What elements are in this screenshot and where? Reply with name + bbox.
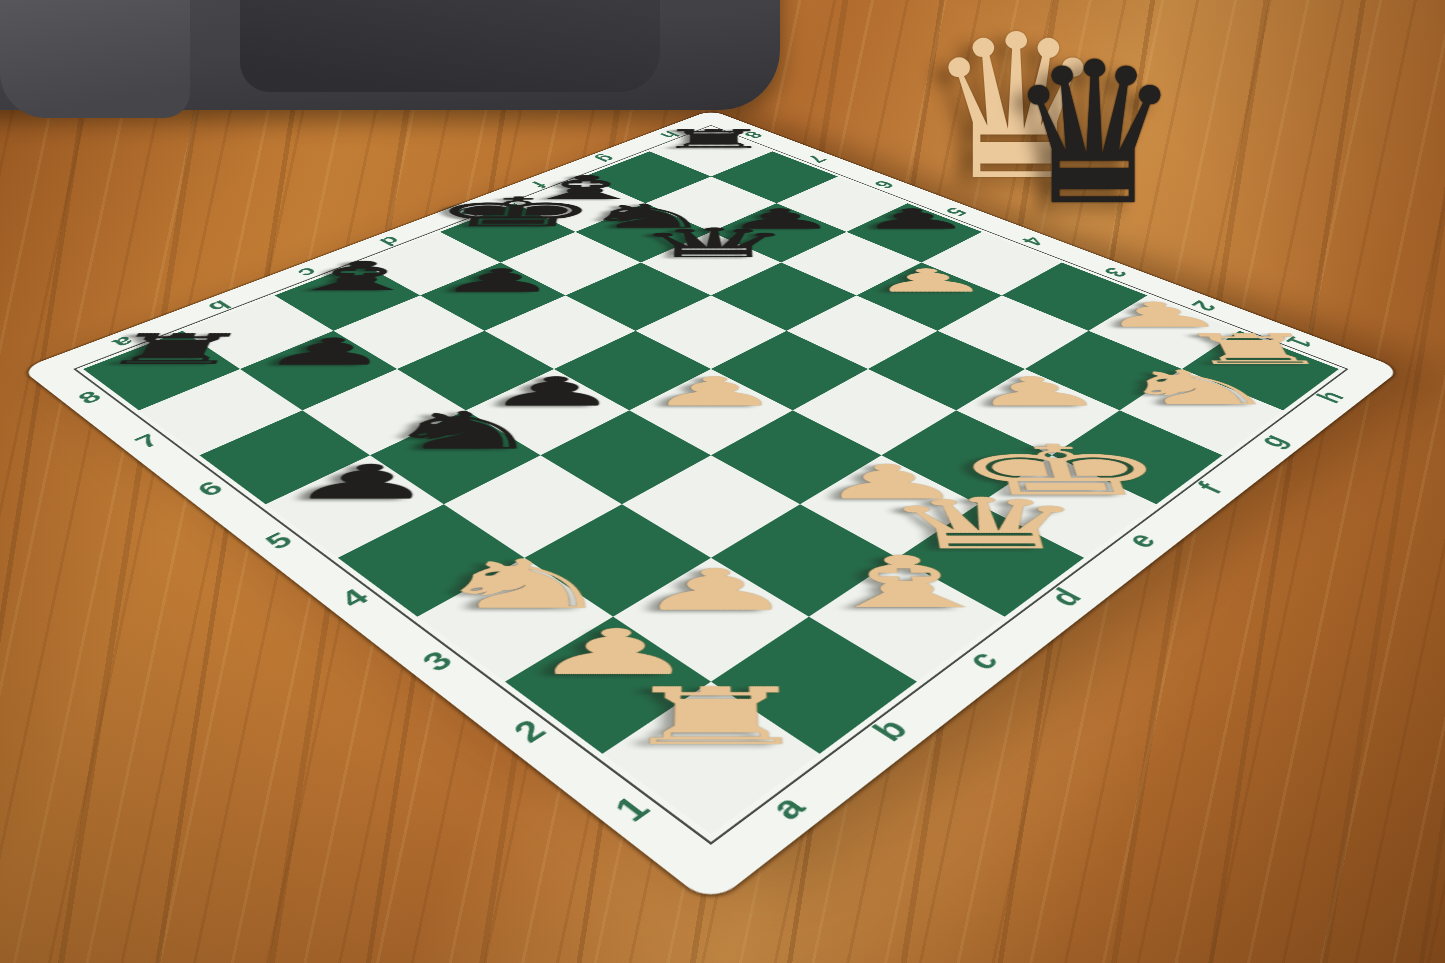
black-pawn-glyph: ♟: [217, 265, 774, 297]
vinyl-chess-mat: aa88bb77cc66dd55ee44ff33gg22hh11 ♜♝♛♚♞♜♟…: [21, 110, 1401, 905]
white-pawn-glyph: ♟: [872, 298, 1445, 332]
black-pawn-glyph: ♟: [20, 333, 624, 370]
black-rook-glyph: ♜: [478, 126, 948, 152]
spare-black-queen-offboard[interactable]: ♛: [1006, 36, 1182, 232]
photo-stage: aa88bb77cc66dd55ee44ff33gg22hh11 ♜♝♛♚♞♜♟…: [0, 0, 1445, 963]
couch-armrest: [0, 0, 190, 118]
couch-cushion-fold: [240, 0, 660, 92]
